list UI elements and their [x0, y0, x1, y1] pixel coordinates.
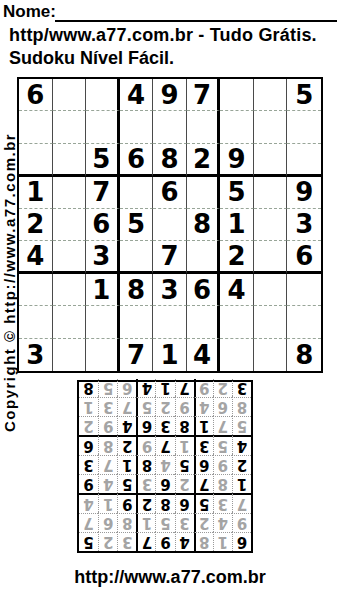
solution-cell-r1c1: 6 — [232, 532, 251, 551]
puzzle-cell-r8c6[interactable] — [187, 306, 221, 338]
puzzle-cell-r1c2[interactable] — [53, 79, 87, 111]
solution-cell-r1c8: 2 — [98, 532, 117, 551]
solution-cell-r5c4: 5 — [175, 455, 194, 474]
solution-cell-r8c1: 8 — [232, 397, 251, 416]
puzzle-cell-r5c8[interactable] — [254, 209, 288, 241]
solution-cell-r8c4: 9 — [175, 397, 194, 416]
puzzle-cell-r9c4[interactable]: 7 — [120, 339, 154, 371]
solution-cell-r3c5: 8 — [155, 493, 174, 513]
solution-cell-r9c7: 6 — [117, 379, 136, 397]
puzzle-cell-r4c6[interactable] — [187, 177, 221, 209]
puzzle-cell-r2c8[interactable] — [254, 111, 288, 143]
solution-cell-r3c3: 5 — [194, 493, 213, 513]
puzzle-cell-r9c5[interactable]: 1 — [153, 339, 187, 371]
solution-cell-r1c9: 5 — [79, 532, 98, 551]
puzzle-cell-r6c1[interactable]: 4 — [19, 241, 53, 274]
solution-cell-r2c1: 9 — [232, 513, 251, 532]
puzzle-cell-r6c6[interactable] — [187, 241, 221, 274]
puzzle-cell-r8c5[interactable] — [153, 306, 187, 338]
puzzle-cell-r6c8[interactable] — [254, 241, 288, 274]
solution-cell-r7c4: 8 — [175, 416, 194, 435]
puzzle-cell-r1c3[interactable] — [86, 79, 120, 111]
site-tagline: http/www.a77.com.br - Tudo Grátis. — [9, 25, 317, 46]
puzzle-cell-r8c9[interactable] — [287, 306, 321, 338]
puzzle-cell-r7c7[interactable]: 4 — [220, 274, 254, 306]
solution-cell-r7c5: 3 — [155, 416, 174, 435]
solution-cell-r9c6: 4 — [136, 379, 155, 397]
puzzle-cell-r1c4[interactable]: 4 — [120, 79, 154, 111]
solution-cell-r7c6: 6 — [136, 416, 155, 435]
puzzle-cell-r4c9[interactable]: 9 — [287, 177, 321, 209]
puzzle-cell-r5c7[interactable]: 1 — [220, 209, 254, 241]
puzzle-cell-r9c6[interactable]: 4 — [187, 339, 221, 371]
puzzle-cell-r2c6[interactable] — [187, 111, 221, 143]
solution-cell-r8c3: 4 — [194, 397, 213, 416]
puzzle-cell-r9c3[interactable] — [86, 339, 120, 371]
solution-cell-r7c8: 9 — [98, 416, 117, 435]
puzzle-cell-r7c5[interactable]: 3 — [153, 274, 187, 306]
solution-cell-r2c5: 5 — [155, 513, 174, 532]
puzzle-level-title: Sudoku Nível Fácil. — [9, 48, 174, 69]
solution-cell-r4c6: 3 — [136, 474, 155, 493]
puzzle-cell-r6c7[interactable]: 2 — [220, 241, 254, 274]
footer-url: http://www.a77.com.br — [0, 567, 340, 588]
puzzle-cell-r3c7[interactable]: 9 — [220, 144, 254, 177]
puzzle-cell-r5c9[interactable]: 3 — [287, 209, 321, 241]
puzzle-cell-r5c2[interactable] — [53, 209, 87, 241]
solution-cell-r3c4: 6 — [175, 493, 194, 513]
puzzle-cell-r1c8[interactable] — [254, 79, 288, 111]
puzzle-cell-r6c4[interactable] — [120, 241, 154, 274]
solution-cell-r7c7: 4 — [117, 416, 136, 435]
solution-cell-r9c4: 7 — [175, 379, 194, 397]
puzzle-cell-r6c3[interactable]: 3 — [86, 241, 120, 274]
puzzle-cell-r1c6[interactable]: 7 — [187, 79, 221, 111]
solution-cell-r4c3: 7 — [194, 474, 213, 493]
solution-cell-r2c6: 1 — [136, 513, 155, 532]
puzzle-cell-r3c1[interactable] — [19, 144, 53, 177]
solution-cell-r3c1: 7 — [232, 493, 251, 513]
puzzle-cell-r8c1[interactable] — [19, 306, 53, 338]
solution-cell-r5c5: 4 — [155, 455, 174, 474]
solution-cell-r6c7: 2 — [117, 435, 136, 455]
puzzle-cell-r3c5[interactable]: 8 — [153, 144, 187, 177]
solution-cell-r8c9: 1 — [79, 397, 98, 416]
solution-cell-r9c3: 9 — [194, 379, 213, 397]
solution-cell-r7c3: 1 — [194, 416, 213, 435]
puzzle-cell-r1c7[interactable] — [220, 79, 254, 111]
puzzle-cell-r6c5[interactable]: 7 — [153, 241, 187, 274]
solution-cell-r1c2: 1 — [213, 532, 232, 551]
solution-cell-r2c7: 8 — [117, 513, 136, 532]
puzzle-cell-r2c4[interactable] — [120, 111, 154, 143]
puzzle-cell-r2c1[interactable] — [19, 111, 53, 143]
solution-cell-r3c9: 4 — [79, 493, 98, 513]
solution-cell-r1c4: 4 — [175, 532, 194, 551]
solution-cell-r3c2: 3 — [213, 493, 232, 513]
puzzle-cell-r2c7[interactable] — [220, 111, 254, 143]
solution-cell-r1c5: 9 — [155, 532, 174, 551]
solution-cell-r2c9: 7 — [79, 513, 98, 532]
puzzle-cell-r9c1[interactable]: 3 — [19, 339, 53, 371]
solution-cell-r3c6: 2 — [136, 493, 155, 513]
puzzle-cell-r5c6[interactable]: 8 — [187, 209, 221, 241]
solution-cell-r9c5: 1 — [155, 379, 174, 397]
puzzle-cell-r5c3[interactable]: 6 — [86, 209, 120, 241]
puzzle-cell-r2c5[interactable] — [153, 111, 187, 143]
puzzle-cell-r8c3[interactable] — [86, 306, 120, 338]
solution-cell-r7c9: 2 — [79, 416, 98, 435]
puzzle-cell-r3c2[interactable] — [53, 144, 87, 177]
puzzle-cell-r4c2[interactable] — [53, 177, 87, 209]
solution-cell-r5c2: 9 — [213, 455, 232, 474]
puzzle-cell-r1c5[interactable]: 9 — [153, 79, 187, 111]
puzzle-cell-r3c9[interactable] — [287, 144, 321, 177]
puzzle-cell-r7c8[interactable] — [254, 274, 288, 306]
solution-cell-r2c4: 3 — [175, 513, 194, 532]
solution-cell-r1c7: 3 — [117, 532, 136, 551]
solution-cell-r6c9: 6 — [79, 435, 98, 455]
solution-cell-r6c8: 8 — [98, 435, 117, 455]
solution-cell-r8c2: 6 — [213, 397, 232, 416]
name-label: Nome: — [3, 2, 56, 22]
solution-cell-r8c8: 3 — [98, 397, 117, 416]
solution-cell-r6c5: 7 — [155, 435, 174, 455]
puzzle-cell-r4c7[interactable]: 5 — [220, 177, 254, 209]
puzzle-cell-r4c8[interactable] — [254, 177, 288, 209]
puzzle-cell-r4c4[interactable] — [120, 177, 154, 209]
puzzle-cell-r5c5[interactable] — [153, 209, 187, 241]
solution-cell-r6c2: 5 — [213, 435, 232, 455]
puzzle-cell-r6c9[interactable]: 6 — [287, 241, 321, 274]
solution-cell-r9c9: 8 — [79, 379, 98, 397]
solution-cell-r2c8: 6 — [98, 513, 117, 532]
puzzle-cell-r1c9[interactable]: 5 — [287, 79, 321, 111]
puzzle-cell-r8c4[interactable] — [120, 306, 154, 338]
puzzle-cell-r3c4[interactable]: 6 — [120, 144, 154, 177]
puzzle-cell-r4c1[interactable]: 1 — [19, 177, 53, 209]
solution-cell-r8c7: 7 — [117, 397, 136, 416]
solution-cell-r4c9: 9 — [79, 474, 98, 493]
solution-cell-r6c4: 1 — [175, 435, 194, 455]
sudoku-board: 649755682917659265813437261836437148 — [17, 77, 323, 373]
name-underline — [55, 3, 337, 22]
puzzle-cell-r8c2[interactable] — [53, 306, 87, 338]
solution-cell-r2c3: 2 — [194, 513, 213, 532]
solution-cell-r5c8: 7 — [98, 455, 117, 474]
puzzle-cell-r7c6[interactable]: 6 — [187, 274, 221, 306]
puzzle-cell-r5c4[interactable]: 5 — [120, 209, 154, 241]
solution-cell-r8c5: 2 — [155, 397, 174, 416]
puzzle-cell-r8c8[interactable] — [254, 306, 288, 338]
solution-cell-r5c1: 2 — [232, 455, 251, 474]
solution-cell-r4c7: 5 — [117, 474, 136, 493]
puzzle-cell-r2c9[interactable] — [287, 111, 321, 143]
puzzle-cell-r9c2[interactable] — [53, 339, 87, 371]
solution-cell-r1c6: 7 — [136, 532, 155, 551]
solution-cell-r3c7: 9 — [117, 493, 136, 513]
solution-cell-r6c3: 3 — [194, 435, 213, 455]
solution-cell-r7c1: 5 — [232, 416, 251, 435]
solution-cell-r5c6: 8 — [136, 455, 155, 474]
puzzle-cell-r9c8[interactable] — [254, 339, 288, 371]
puzzle-cell-r1c1[interactable]: 6 — [19, 79, 53, 111]
solution-cell-r2c2: 4 — [213, 513, 232, 532]
solution-cell-r4c2: 8 — [213, 474, 232, 493]
puzzle-cell-r6c2[interactable] — [53, 241, 87, 274]
puzzle-cell-r7c1[interactable] — [19, 274, 53, 306]
solution-cell-r7c2: 7 — [213, 416, 232, 435]
puzzle-cell-r2c2[interactable] — [53, 111, 87, 143]
solution-cell-r5c7: 1 — [117, 455, 136, 474]
puzzle-cell-r3c8[interactable] — [254, 144, 288, 177]
solution-cell-r3c8: 1 — [98, 493, 117, 513]
puzzle-cell-r3c3[interactable]: 5 — [86, 144, 120, 177]
solution-cell-r9c2: 2 — [213, 379, 232, 397]
puzzle-cell-r4c3[interactable]: 7 — [86, 177, 120, 209]
puzzle-cell-r8c7[interactable] — [220, 306, 254, 338]
puzzle-cell-r2c3[interactable] — [86, 111, 120, 143]
solution-cell-r6c1: 4 — [232, 435, 251, 455]
solution-cell-r4c8: 4 — [98, 474, 117, 493]
puzzle-cell-r3c6[interactable]: 2 — [187, 144, 221, 177]
solution-cell-r6c6: 9 — [136, 435, 155, 455]
solution-cell-r5c9: 3 — [79, 455, 98, 474]
puzzle-cell-r7c9[interactable] — [287, 274, 321, 306]
puzzle-cell-r7c3[interactable]: 1 — [86, 274, 120, 306]
solution-cell-r1c3: 8 — [194, 532, 213, 551]
solution-cell-r4c4: 2 — [175, 474, 194, 493]
solution-cell-r4c5: 6 — [155, 474, 174, 493]
puzzle-cell-r7c4[interactable]: 8 — [120, 274, 154, 306]
copyright-text: Copyright © http://www.a77.com.br — [1, 82, 18, 432]
puzzle-cell-r5c1[interactable]: 2 — [19, 209, 53, 241]
solution-board: 6184973259423518677356829141872635492965… — [77, 380, 253, 553]
puzzle-cell-r9c7[interactable] — [220, 339, 254, 371]
puzzle-cell-r9c9[interactable]: 8 — [287, 339, 321, 371]
puzzle-cell-r7c2[interactable] — [53, 274, 87, 306]
puzzle-cell-r4c5[interactable]: 6 — [153, 177, 187, 209]
solution-cell-r8c6: 5 — [136, 397, 155, 416]
solution-cell-r9c1: 3 — [232, 379, 251, 397]
solution-cell-r5c3: 6 — [194, 455, 213, 474]
solution-cell-r4c1: 1 — [232, 474, 251, 493]
solution-cell-r9c8: 5 — [98, 379, 117, 397]
